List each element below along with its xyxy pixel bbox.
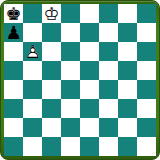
black-pawn[interactable]: ♟	[4, 23, 23, 42]
square-a5[interactable]	[4, 61, 23, 80]
square-d2[interactable]	[61, 118, 80, 137]
square-c6[interactable]	[42, 42, 61, 61]
square-f8[interactable]	[99, 4, 118, 23]
square-e3[interactable]	[80, 99, 99, 118]
square-e6[interactable]	[80, 42, 99, 61]
square-f4[interactable]	[99, 80, 118, 99]
square-c1[interactable]	[42, 137, 61, 156]
square-e4[interactable]	[80, 80, 99, 99]
square-a3[interactable]	[4, 99, 23, 118]
square-b4[interactable]	[23, 80, 42, 99]
square-h8[interactable]	[137, 4, 156, 23]
square-d8[interactable]	[61, 4, 80, 23]
square-d7[interactable]	[61, 23, 80, 42]
square-h1[interactable]	[137, 137, 156, 156]
square-h7[interactable]	[137, 23, 156, 42]
square-g6[interactable]	[118, 42, 137, 61]
chess-board: ♚♚♔♟♟♙	[4, 4, 156, 156]
square-b5[interactable]	[23, 61, 42, 80]
square-e1[interactable]	[80, 137, 99, 156]
square-d4[interactable]	[61, 80, 80, 99]
square-a1[interactable]	[4, 137, 23, 156]
square-h3[interactable]	[137, 99, 156, 118]
square-e5[interactable]	[80, 61, 99, 80]
square-g5[interactable]	[118, 61, 137, 80]
black-king-fill: ♚	[4, 4, 23, 23]
square-g2[interactable]	[118, 118, 137, 137]
square-d3[interactable]	[61, 99, 80, 118]
square-g4[interactable]	[118, 80, 137, 99]
square-e2[interactable]	[80, 118, 99, 137]
square-c5[interactable]	[42, 61, 61, 80]
square-f7[interactable]	[99, 23, 118, 42]
square-f6[interactable]	[99, 42, 118, 61]
white-king-outline: ♔	[42, 4, 61, 23]
square-a6[interactable]	[4, 42, 23, 61]
square-c7[interactable]	[42, 23, 61, 42]
square-a7[interactable]: ♟	[4, 23, 23, 42]
black-pawn-fill: ♟	[4, 23, 23, 42]
square-g8[interactable]	[118, 4, 137, 23]
square-b8[interactable]	[23, 4, 42, 23]
square-h4[interactable]	[137, 80, 156, 99]
square-f1[interactable]	[99, 137, 118, 156]
square-b2[interactable]	[23, 118, 42, 137]
square-b7[interactable]	[23, 23, 42, 42]
square-h2[interactable]	[137, 118, 156, 137]
square-a2[interactable]	[4, 118, 23, 137]
square-h5[interactable]	[137, 61, 156, 80]
square-d5[interactable]	[61, 61, 80, 80]
white-pawn[interactable]: ♟♙	[23, 42, 42, 61]
square-b3[interactable]	[23, 99, 42, 118]
square-f5[interactable]	[99, 61, 118, 80]
square-f2[interactable]	[99, 118, 118, 137]
square-c8[interactable]: ♚♔	[42, 4, 61, 23]
chess-app: ♚♚♔♟♟♙	[0, 0, 160, 160]
square-b1[interactable]	[23, 137, 42, 156]
square-d6[interactable]	[61, 42, 80, 61]
black-king[interactable]: ♚	[4, 4, 23, 23]
square-g7[interactable]	[118, 23, 137, 42]
square-c4[interactable]	[42, 80, 61, 99]
white-pawn-outline: ♙	[23, 42, 42, 61]
square-e7[interactable]	[80, 23, 99, 42]
white-king[interactable]: ♚♔	[42, 4, 61, 23]
square-c3[interactable]	[42, 99, 61, 118]
square-b6[interactable]: ♟♙	[23, 42, 42, 61]
square-g1[interactable]	[118, 137, 137, 156]
square-c2[interactable]	[42, 118, 61, 137]
square-a4[interactable]	[4, 80, 23, 99]
square-f3[interactable]	[99, 99, 118, 118]
square-h6[interactable]	[137, 42, 156, 61]
square-a8[interactable]: ♚	[4, 4, 23, 23]
square-g3[interactable]	[118, 99, 137, 118]
square-e8[interactable]	[80, 4, 99, 23]
square-d1[interactable]	[61, 137, 80, 156]
